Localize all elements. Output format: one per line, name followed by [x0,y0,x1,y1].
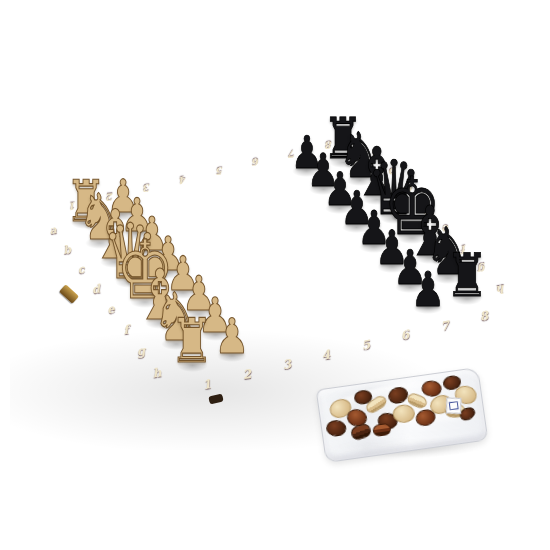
square-a5[interactable] [207,174,259,201]
square-c5[interactable] [238,211,292,239]
label-back-4: 4 [179,174,187,186]
piece-black-pawn-h7[interactable]: ♟ [411,265,446,313]
label-left-h: h [152,365,163,380]
square-d4[interactable] [217,239,271,268]
square-g5[interactable] [304,290,360,320]
square-e4[interactable] [233,259,288,288]
square-d5[interactable] [254,230,308,259]
label-right-h: h [497,282,507,296]
label-back-5: 5 [216,165,224,177]
square-b4[interactable] [186,201,239,229]
label-left-e: e [106,302,115,317]
piece-white-pawn-h2[interactable]: ♟ [214,312,249,361]
square-e6[interactable] [309,241,364,270]
product-photo-scene: 11aa22bb33cc44dd55ee66ff77gg88hh♜♟♞♟♝♟♟♛… [0,0,550,550]
label-left-a: a [48,223,57,237]
square-f4[interactable] [249,279,304,309]
piece-white-rook-h1[interactable]: ♜ [171,311,215,372]
tag-mark [449,401,459,410]
square-e5[interactable] [271,250,326,279]
label-left-c: c [77,262,86,277]
piece-black-rook-h8[interactable]: ♜ [445,245,488,305]
square-c6[interactable] [276,202,330,230]
label-left-b: b [62,243,71,257]
square-c4[interactable] [201,220,254,248]
label-front-8: 8 [479,309,490,324]
label-left-d: d [91,282,101,297]
square-f5[interactable] [287,270,343,300]
bag-label-tag [446,397,462,414]
square-d6[interactable] [292,221,346,250]
draughts-disc-dark [326,420,347,437]
draughts-disc-red_brown [372,423,391,437]
square-f6[interactable] [326,261,382,291]
square-b5[interactable] [223,192,276,220]
square-b6[interactable] [260,184,313,212]
label-front-7: 7 [439,318,450,333]
label-front-3: 3 [281,356,292,372]
square-a6[interactable] [244,165,297,192]
brass-clasp [59,284,79,303]
square-g6[interactable] [343,281,400,311]
label-front-2: 2 [241,366,252,382]
square-a4[interactable] [171,182,223,209]
label-back-6: 6 [252,157,260,169]
